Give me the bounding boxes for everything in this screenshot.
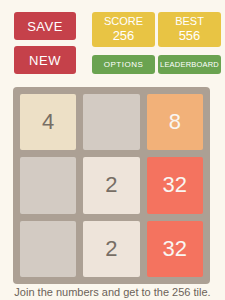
- new-game-button[interactable]: NEW: [14, 46, 76, 74]
- empty-cell: [20, 221, 76, 277]
- tile-2: 2: [83, 157, 139, 213]
- best-box: BEST 556: [158, 12, 221, 47]
- instructions-caption: Join the numbers and get to the 256 tile…: [0, 286, 225, 298]
- leaderboard-button[interactable]: LEADERBOARD: [158, 55, 221, 74]
- board-grid[interactable]: 48232232: [20, 94, 203, 277]
- tile-32: 32: [147, 157, 203, 213]
- score-value: 256: [113, 28, 135, 44]
- save-button[interactable]: SAVE: [14, 12, 76, 40]
- options-button[interactable]: OPTIONS: [92, 55, 155, 74]
- score-box: SCORE 256: [92, 12, 155, 47]
- best-value: 556: [179, 28, 201, 44]
- game-board: 48232232: [13, 87, 210, 284]
- tile-8: 8: [147, 94, 203, 150]
- empty-cell: [20, 157, 76, 213]
- tile-2: 2: [83, 221, 139, 277]
- empty-cell: [83, 94, 139, 150]
- score-label: SCORE: [104, 15, 143, 29]
- best-label: BEST: [175, 15, 204, 29]
- tile-4: 4: [20, 94, 76, 150]
- tile-32: 32: [147, 221, 203, 277]
